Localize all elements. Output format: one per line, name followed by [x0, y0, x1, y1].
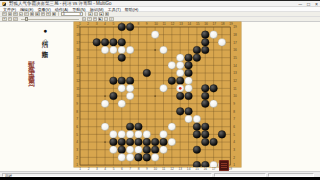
- menu-item[interactable]: 编辑(E): [20, 7, 33, 12]
- screen-bottom-black-strip: [0, 177, 320, 180]
- auto-play-icon[interactable]: ▶: [98, 17, 103, 21]
- black-stone: [143, 146, 151, 154]
- coordinate-label-left: 8: [76, 110, 78, 114]
- white-stone: [118, 46, 126, 54]
- white-stone: [126, 146, 134, 154]
- coordinate-label-right: 10: [233, 94, 237, 98]
- black-stone: [193, 123, 201, 131]
- black-stone: [143, 69, 151, 77]
- coordinate-label-right: 18: [233, 33, 237, 37]
- black-stone: [210, 138, 218, 146]
- black-stone: [101, 39, 109, 47]
- black-stone: [201, 123, 209, 131]
- coordinate-label-left: 6: [76, 125, 78, 129]
- white-stone: [210, 31, 218, 39]
- coordinate-label-top: 5: [112, 22, 114, 26]
- forward-icon[interactable]: ▷: [82, 17, 87, 21]
- undo-icon[interactable]: ↶: [41, 12, 46, 16]
- toolbar-separator: [58, 12, 59, 16]
- black-stone: [135, 138, 143, 146]
- black-stone: [93, 39, 101, 47]
- black-stone: [193, 46, 201, 54]
- coordinate-label-left: 4: [76, 140, 78, 144]
- white-stone: [126, 131, 134, 139]
- coordinate-label-right: 15: [233, 56, 237, 60]
- white-stone: [218, 39, 226, 47]
- black-stone-icon[interactable]: ●: [88, 12, 93, 16]
- black-stone: [118, 146, 126, 154]
- black-stone: [151, 146, 159, 154]
- coordinate-label-top: 14: [188, 22, 192, 26]
- menu-item[interactable]: 查看(V): [37, 7, 50, 12]
- coordinate-label-left: 15: [76, 56, 80, 60]
- combo-value: 0: [63, 12, 65, 16]
- star-point: [154, 49, 156, 51]
- coordinate-label-right: 12: [233, 79, 237, 83]
- player-label: ○许嘉阳: [42, 37, 49, 48]
- white-stone: [126, 154, 134, 162]
- star-point: [154, 95, 156, 97]
- white-stone: [126, 85, 134, 93]
- coordinate-label-top: 17: [213, 22, 217, 26]
- player-names-panel: ●柯洁○许嘉阳: [40, 27, 49, 87]
- white-stone: [185, 115, 193, 123]
- count-icon[interactable]: #: [109, 17, 114, 21]
- black-stone: [201, 92, 209, 100]
- coordinate-label-right: 7: [233, 117, 235, 121]
- app-icon: [2, 2, 6, 6]
- client-area: ●柯洁○许嘉阳 野狐人气争霸决赛第三局 19191818171716161515…: [0, 22, 320, 171]
- print-icon[interactable]: ≡: [19, 12, 24, 16]
- coordinate-label-top: 16: [204, 22, 208, 26]
- white-stone: [160, 146, 168, 154]
- status-message: 就绪: [2, 173, 212, 177]
- coordinate-label-left: 17: [76, 41, 80, 45]
- black-stone: [185, 62, 193, 70]
- black-stone: [201, 31, 209, 39]
- black-stone: [185, 92, 193, 100]
- info-icon[interactable]: ◉: [52, 12, 57, 16]
- copy-icon[interactable]: ⧉: [30, 12, 35, 16]
- white-stone: [101, 100, 109, 108]
- black-stone: [210, 85, 218, 93]
- coordinate-label-left: 10: [76, 94, 80, 98]
- coordinate-label-top: 11: [163, 22, 167, 26]
- black-stone: [126, 123, 134, 131]
- white-stone: [176, 69, 184, 77]
- fast-forward-icon[interactable]: ›: [87, 17, 92, 21]
- black-stone: [176, 77, 184, 85]
- black-stone: [201, 39, 209, 47]
- app-window: 野狐人气争霸决赛第三局 - 柯洁 vs 许嘉阳 - MultiGo ─ □ × …: [0, 0, 320, 177]
- coordinate-label-left: 16: [76, 48, 80, 52]
- go-board[interactable]: 1919181817171616151514141313121211111010…: [74, 22, 241, 167]
- status-segment-right: [268, 173, 314, 177]
- white-stone: [185, 85, 193, 93]
- coordinate-label-right: 5: [233, 133, 235, 137]
- white-stone: [160, 131, 168, 139]
- black-stone: [118, 23, 126, 31]
- coordinate-label-top: 19: [229, 22, 233, 26]
- black-stone: [218, 131, 226, 139]
- move-slider[interactable]: [21, 17, 79, 21]
- white-stone: [176, 54, 184, 62]
- black-stone: [185, 69, 193, 77]
- back-icon[interactable]: ◁: [13, 17, 18, 21]
- white-stone: [143, 131, 151, 139]
- star-point: [104, 95, 106, 97]
- white-stone: [110, 146, 118, 154]
- coordinate-label-right: 4: [233, 140, 235, 144]
- coordinate-label-top: 9: [146, 22, 148, 26]
- coordinate-label-left: 18: [76, 33, 80, 37]
- coordinate-label-right: 14: [233, 64, 237, 68]
- coordinate-label-top: 2: [87, 22, 89, 26]
- black-stone: [193, 131, 201, 139]
- black-stone: [143, 154, 151, 162]
- menu-item[interactable]: 标记(M): [90, 7, 104, 12]
- black-stone: [193, 146, 201, 154]
- menu-item[interactable]: 动作(A): [55, 7, 68, 12]
- black-stone: [185, 54, 193, 62]
- coordinate-label-right: 8: [233, 110, 235, 114]
- white-stone: [110, 131, 118, 139]
- black-stone: [176, 92, 184, 100]
- coordinate-label-left: 12: [76, 79, 80, 83]
- open-file-icon[interactable]: ⊟: [8, 12, 13, 16]
- black-stone: [185, 108, 193, 116]
- toolbar-separator: [85, 12, 86, 16]
- black-stone: [118, 54, 126, 62]
- window-title: 野狐人气争霸决赛第三局 - 柯洁 vs 许嘉阳 - MultiGo: [9, 1, 112, 6]
- coordinate-label-left: 5: [76, 133, 78, 137]
- black-stone: [118, 138, 126, 146]
- last-move-icon[interactable]: »: [93, 17, 98, 21]
- paste-icon[interactable]: ⊞: [35, 12, 40, 16]
- white-stone: [101, 123, 109, 131]
- chevron-down-icon: ▾: [79, 12, 81, 16]
- slider-groove: [21, 19, 79, 20]
- coordinate-label-right: 19: [233, 25, 237, 29]
- white-stone: [168, 138, 176, 146]
- white-stone: [210, 100, 218, 108]
- fast-back-icon[interactable]: ‹: [8, 17, 13, 21]
- coordinate-label-left: 7: [76, 117, 78, 121]
- black-stone: [201, 85, 209, 93]
- white-stone: [185, 77, 193, 85]
- white-stone: [126, 46, 134, 54]
- black-stone: [118, 77, 126, 85]
- menu-item[interactable]: 文件(F): [3, 7, 16, 12]
- black-stone: [110, 77, 118, 85]
- menu-item[interactable]: 导航(N): [72, 7, 86, 12]
- coordinate-label-right: 13: [233, 71, 237, 75]
- white-stone: [135, 131, 143, 139]
- coordinate-label-right: 3: [233, 148, 235, 152]
- cut-icon[interactable]: ✂: [24, 12, 29, 16]
- white-stone: [118, 131, 126, 139]
- move-number-combobox[interactable]: 0▾: [61, 12, 83, 16]
- white-stone: [193, 115, 201, 123]
- mark-icon[interactable]: ▲: [99, 12, 104, 16]
- white-stone: [151, 31, 159, 39]
- coordinate-label-top: 18: [221, 22, 225, 26]
- black-stone: [126, 77, 134, 85]
- first-move-icon[interactable]: «: [2, 17, 7, 21]
- white-stone: [168, 123, 176, 131]
- white-stone: [168, 62, 176, 70]
- coordinate-label-left: 2: [76, 156, 78, 160]
- coordinate-label-right: 11: [233, 87, 237, 91]
- save-icon[interactable]: ◫: [13, 12, 18, 16]
- black-stone: [201, 100, 209, 108]
- go-board-grid[interactable]: 1919181817171616151514141313121211111010…: [74, 22, 241, 167]
- black-stone: [135, 154, 143, 162]
- white-stone: [118, 154, 126, 162]
- coordinate-label-left: 3: [76, 148, 78, 152]
- white-stone: [160, 46, 168, 54]
- coordinate-label-left: 13: [76, 71, 80, 75]
- black-stone: [193, 54, 201, 62]
- coordinate-label-top: 15: [196, 22, 200, 26]
- app-seal-logo: [219, 160, 229, 171]
- coordinate-label-left: 14: [76, 64, 80, 68]
- coordinate-label-top: 4: [104, 22, 106, 26]
- black-stone: [126, 23, 134, 31]
- player-label: ●柯洁: [42, 27, 49, 37]
- black-stone: [151, 138, 159, 146]
- menu-item[interactable]: 工具(T): [108, 7, 121, 12]
- status-segment-mid: [214, 173, 266, 177]
- menu-item[interactable]: 帮助(H): [125, 7, 139, 12]
- black-stone: [201, 138, 209, 146]
- white-stone-icon[interactable]: ○: [94, 12, 99, 16]
- coordinate-label-top: 12: [171, 22, 175, 26]
- coordinate-label-top: 1: [79, 22, 81, 26]
- coordinate-label-right: 2: [233, 156, 235, 160]
- white-stone: [118, 85, 126, 93]
- white-stone: [126, 92, 134, 100]
- slider-thumb[interactable]: [25, 17, 28, 20]
- black-stone: [201, 131, 209, 139]
- coordinate-label-left: 11: [76, 87, 80, 91]
- black-stone: [160, 138, 168, 146]
- white-stone: [151, 154, 159, 162]
- black-stone: [201, 46, 209, 54]
- new-file-icon[interactable]: ▢: [2, 12, 7, 16]
- coordinate-label-right: 9: [233, 102, 235, 106]
- white-stone: [160, 85, 168, 93]
- white-stone: [118, 100, 126, 108]
- coordinate-label-right: 16: [233, 48, 237, 52]
- black-stone: [135, 123, 143, 131]
- white-stone: [176, 62, 184, 70]
- star-point: [104, 141, 106, 143]
- pass-icon[interactable]: ◌: [104, 17, 109, 21]
- white-stone: [135, 146, 143, 154]
- coordinate-label-top: 10: [154, 22, 158, 26]
- black-stone: [126, 138, 134, 146]
- black-stone: [110, 138, 118, 146]
- coordinate-label-top: 13: [179, 22, 183, 26]
- black-stone: [176, 108, 184, 116]
- event-title: 野狐人气争霸决赛第三局: [26, 54, 36, 78]
- coordinate-label-top: 8: [137, 22, 139, 26]
- coordinate-label-top: 3: [96, 22, 98, 26]
- coordinate-label-right: 6: [233, 125, 235, 129]
- coordinate-label-right: 17: [233, 41, 237, 45]
- redo-icon[interactable]: ↷: [46, 12, 51, 16]
- black-stone: [118, 39, 126, 47]
- coordinate-label-left: 9: [76, 102, 78, 106]
- label-icon[interactable]: A: [105, 12, 110, 16]
- black-stone: [110, 92, 118, 100]
- black-stone: [168, 77, 176, 85]
- last-move-marker: [179, 87, 182, 90]
- white-stone: [110, 46, 118, 54]
- black-stone: [110, 39, 118, 47]
- black-stone: [143, 138, 151, 146]
- white-stone: [101, 46, 109, 54]
